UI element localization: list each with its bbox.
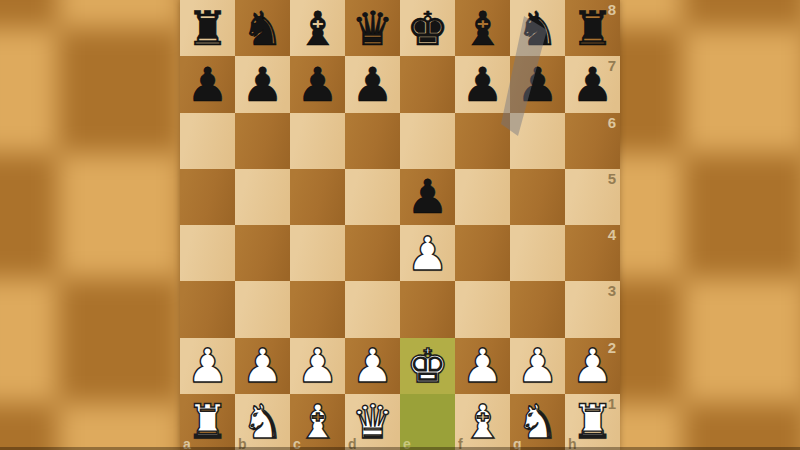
piece-black-bishop[interactable]: ♝ xyxy=(455,0,510,56)
square-f3[interactable] xyxy=(455,281,510,337)
piece-white-pawn[interactable]: ♟ xyxy=(235,338,290,394)
piece-white-pawn[interactable]: ♟ xyxy=(180,338,235,394)
square-e6[interactable] xyxy=(400,113,455,169)
piece-white-pawn[interactable]: ♟ xyxy=(400,225,455,281)
piece-black-pawn[interactable]: ♟ xyxy=(235,56,290,112)
square-f5[interactable] xyxy=(455,169,510,225)
coord-rank-3: 3 xyxy=(608,282,616,299)
square-g1[interactable]: g♞ xyxy=(510,394,565,450)
piece-white-pawn[interactable]: ♟ xyxy=(455,338,510,394)
piece-white-pawn[interactable]: ♟ xyxy=(345,338,400,394)
coord-rank-6: 6 xyxy=(608,114,616,131)
square-d5[interactable] xyxy=(345,169,400,225)
square-g4[interactable] xyxy=(510,225,565,281)
square-e8[interactable]: ♚ xyxy=(400,0,455,56)
square-e2[interactable]: ♚ xyxy=(400,338,455,394)
square-h7[interactable]: 7♟ xyxy=(565,56,620,112)
square-g2[interactable]: ♟ xyxy=(510,338,565,394)
piece-white-knight[interactable]: ♞ xyxy=(235,394,290,450)
square-f7[interactable]: ♟ xyxy=(455,56,510,112)
piece-black-pawn[interactable]: ♟ xyxy=(400,169,455,225)
square-d4[interactable] xyxy=(345,225,400,281)
square-c3[interactable] xyxy=(290,281,345,337)
square-a6[interactable] xyxy=(180,113,235,169)
square-c4[interactable] xyxy=(290,225,345,281)
square-e4[interactable]: ♟ xyxy=(400,225,455,281)
square-d6[interactable] xyxy=(345,113,400,169)
square-e5[interactable]: ♟ xyxy=(400,169,455,225)
piece-black-pawn[interactable]: ♟ xyxy=(455,56,510,112)
square-d2[interactable]: ♟ xyxy=(345,338,400,394)
square-c7[interactable]: ♟ xyxy=(290,56,345,112)
square-a1[interactable]: a♜ xyxy=(180,394,235,450)
square-a5[interactable] xyxy=(180,169,235,225)
square-b6[interactable] xyxy=(235,113,290,169)
coord-rank-4: 4 xyxy=(608,226,616,243)
square-d3[interactable] xyxy=(345,281,400,337)
square-h3[interactable]: 3 xyxy=(565,281,620,337)
piece-black-pawn[interactable]: ♟ xyxy=(345,56,400,112)
coord-rank-5: 5 xyxy=(608,170,616,187)
square-h1[interactable]: 1h♜ xyxy=(565,394,620,450)
square-a2[interactable]: ♟ xyxy=(180,338,235,394)
square-g5[interactable] xyxy=(510,169,565,225)
piece-white-pawn[interactable]: ♟ xyxy=(510,338,565,394)
square-f8[interactable]: ♝ xyxy=(455,0,510,56)
square-a4[interactable] xyxy=(180,225,235,281)
piece-white-rook[interactable]: ♜ xyxy=(180,394,235,450)
square-d7[interactable]: ♟ xyxy=(345,56,400,112)
video-frame: ♜♞♝♛♚♝♞8♜♟♟♟♟♟♟7♟6♟5♟43♟♟♟♟♚♟♟2♟a♜b♞c♝d♛… xyxy=(0,0,800,450)
square-c8[interactable]: ♝ xyxy=(290,0,345,56)
piece-white-rook[interactable]: ♜ xyxy=(565,394,620,450)
square-e3[interactable] xyxy=(400,281,455,337)
square-f1[interactable]: f♝ xyxy=(455,394,510,450)
square-h8[interactable]: 8♜ xyxy=(565,0,620,56)
piece-black-rook[interactable]: ♜ xyxy=(180,0,235,56)
square-a3[interactable] xyxy=(180,281,235,337)
piece-white-pawn[interactable]: ♟ xyxy=(290,338,345,394)
square-f4[interactable] xyxy=(455,225,510,281)
piece-black-queen[interactable]: ♛ xyxy=(345,0,400,56)
square-c1[interactable]: c♝ xyxy=(290,394,345,450)
piece-black-pawn[interactable]: ♟ xyxy=(565,56,620,112)
square-h2[interactable]: 2♟ xyxy=(565,338,620,394)
piece-black-pawn[interactable]: ♟ xyxy=(180,56,235,112)
square-b8[interactable]: ♞ xyxy=(235,0,290,56)
piece-black-bishop[interactable]: ♝ xyxy=(290,0,345,56)
square-h6[interactable]: 6 xyxy=(565,113,620,169)
square-g3[interactable] xyxy=(510,281,565,337)
piece-white-knight[interactable]: ♞ xyxy=(510,394,565,450)
square-e7[interactable] xyxy=(400,56,455,112)
square-c6[interactable] xyxy=(290,113,345,169)
square-b3[interactable] xyxy=(235,281,290,337)
piece-white-bishop[interactable]: ♝ xyxy=(455,394,510,450)
square-b4[interactable] xyxy=(235,225,290,281)
square-b5[interactable] xyxy=(235,169,290,225)
chess-board: ♜♞♝♛♚♝♞8♜♟♟♟♟♟♟7♟6♟5♟43♟♟♟♟♚♟♟2♟a♜b♞c♝d♛… xyxy=(180,0,620,450)
piece-black-knight[interactable]: ♞ xyxy=(235,0,290,56)
square-a7[interactable]: ♟ xyxy=(180,56,235,112)
square-c5[interactable] xyxy=(290,169,345,225)
square-e1[interactable]: e xyxy=(400,394,455,450)
piece-black-pawn[interactable]: ♟ xyxy=(290,56,345,112)
piece-white-queen[interactable]: ♛ xyxy=(345,394,400,450)
piece-white-bishop[interactable]: ♝ xyxy=(290,394,345,450)
piece-black-rook[interactable]: ♜ xyxy=(565,0,620,56)
square-f2[interactable]: ♟ xyxy=(455,338,510,394)
square-h4[interactable]: 4 xyxy=(565,225,620,281)
square-a8[interactable]: ♜ xyxy=(180,0,235,56)
piece-black-king[interactable]: ♚ xyxy=(400,0,455,56)
square-d8[interactable]: ♛ xyxy=(345,0,400,56)
square-c2[interactable]: ♟ xyxy=(290,338,345,394)
square-b7[interactable]: ♟ xyxy=(235,56,290,112)
piece-white-king[interactable]: ♚ xyxy=(400,338,455,394)
square-h5[interactable]: 5 xyxy=(565,169,620,225)
square-b2[interactable]: ♟ xyxy=(235,338,290,394)
square-b1[interactable]: b♞ xyxy=(235,394,290,450)
piece-white-pawn[interactable]: ♟ xyxy=(565,338,620,394)
square-d1[interactable]: d♛ xyxy=(345,394,400,450)
